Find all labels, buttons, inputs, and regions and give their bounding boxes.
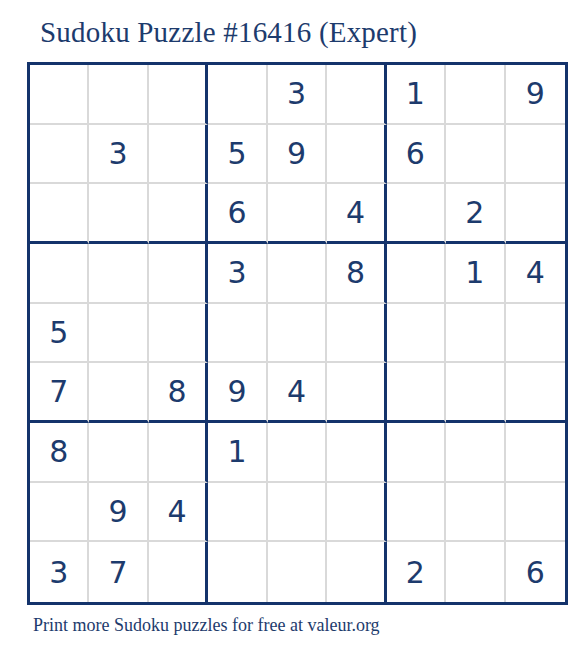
cell-r3c6[interactable]: 4 bbox=[327, 184, 386, 244]
cell-r3c7[interactable] bbox=[387, 184, 446, 244]
cell-r1c9[interactable]: 9 bbox=[506, 65, 565, 125]
cell-r5c6[interactable] bbox=[327, 304, 386, 364]
cell-r3c2[interactable] bbox=[89, 184, 148, 244]
cell-r6c4[interactable]: 9 bbox=[208, 363, 267, 423]
cell-r8c3[interactable]: 4 bbox=[149, 483, 208, 543]
cell-r4c6[interactable]: 8 bbox=[327, 244, 386, 304]
page-title: Sudoku Puzzle #16416 (Expert) bbox=[40, 16, 417, 49]
cell-r4c5[interactable] bbox=[268, 244, 327, 304]
cell-r6c8[interactable] bbox=[446, 363, 505, 423]
cell-r8c9[interactable] bbox=[506, 483, 565, 543]
cell-r9c6[interactable] bbox=[327, 542, 386, 602]
cell-r1c7[interactable]: 1 bbox=[387, 65, 446, 125]
cell-r3c1[interactable] bbox=[30, 184, 89, 244]
cell-r1c5[interactable]: 3 bbox=[268, 65, 327, 125]
cell-r8c5[interactable] bbox=[268, 483, 327, 543]
cell-r2c3[interactable] bbox=[149, 125, 208, 185]
cell-r5c8[interactable] bbox=[446, 304, 505, 364]
cell-r5c2[interactable] bbox=[89, 304, 148, 364]
cell-r7c1[interactable]: 8 bbox=[30, 423, 89, 483]
cell-r2c9[interactable] bbox=[506, 125, 565, 185]
cell-r3c8[interactable]: 2 bbox=[446, 184, 505, 244]
cell-r5c5[interactable] bbox=[268, 304, 327, 364]
cell-r3c9[interactable] bbox=[506, 184, 565, 244]
cell-r7c8[interactable] bbox=[446, 423, 505, 483]
cell-r4c1[interactable] bbox=[30, 244, 89, 304]
cell-r9c2[interactable]: 7 bbox=[89, 542, 148, 602]
cell-r4c9[interactable]: 4 bbox=[506, 244, 565, 304]
cell-r7c5[interactable] bbox=[268, 423, 327, 483]
cell-r7c7[interactable] bbox=[387, 423, 446, 483]
cell-r4c4[interactable]: 3 bbox=[208, 244, 267, 304]
cell-r3c4[interactable]: 6 bbox=[208, 184, 267, 244]
cell-r9c9[interactable]: 6 bbox=[506, 542, 565, 602]
cell-r2c2[interactable]: 3 bbox=[89, 125, 148, 185]
cell-r4c2[interactable] bbox=[89, 244, 148, 304]
cell-r3c3[interactable] bbox=[149, 184, 208, 244]
cell-r2c8[interactable] bbox=[446, 125, 505, 185]
cell-r4c3[interactable] bbox=[149, 244, 208, 304]
cell-r7c6[interactable] bbox=[327, 423, 386, 483]
cell-r6c1[interactable]: 7 bbox=[30, 363, 89, 423]
cell-r8c1[interactable] bbox=[30, 483, 89, 543]
cell-r9c5[interactable] bbox=[268, 542, 327, 602]
cell-r7c4[interactable]: 1 bbox=[208, 423, 267, 483]
cell-r8c8[interactable] bbox=[446, 483, 505, 543]
cell-r8c7[interactable] bbox=[387, 483, 446, 543]
cell-r6c5[interactable]: 4 bbox=[268, 363, 327, 423]
cell-r9c4[interactable] bbox=[208, 542, 267, 602]
cell-r6c9[interactable] bbox=[506, 363, 565, 423]
cell-r9c8[interactable] bbox=[446, 542, 505, 602]
cell-r2c4[interactable]: 5 bbox=[208, 125, 267, 185]
cell-r9c3[interactable] bbox=[149, 542, 208, 602]
sudoku-grid: 319359664238145789481943726 bbox=[27, 62, 568, 605]
cell-r2c5[interactable]: 9 bbox=[268, 125, 327, 185]
cell-r3c5[interactable] bbox=[268, 184, 327, 244]
cell-r6c6[interactable] bbox=[327, 363, 386, 423]
cell-r9c7[interactable]: 2 bbox=[387, 542, 446, 602]
sudoku-page: Sudoku Puzzle #16416 (Expert) 3193596642… bbox=[0, 0, 580, 651]
cell-r5c4[interactable] bbox=[208, 304, 267, 364]
cell-r4c7[interactable] bbox=[387, 244, 446, 304]
cell-r5c1[interactable]: 5 bbox=[30, 304, 89, 364]
cell-r1c3[interactable] bbox=[149, 65, 208, 125]
cell-r6c7[interactable] bbox=[387, 363, 446, 423]
cell-r7c3[interactable] bbox=[149, 423, 208, 483]
cell-r1c2[interactable] bbox=[89, 65, 148, 125]
cell-r4c8[interactable]: 1 bbox=[446, 244, 505, 304]
cell-r6c2[interactable] bbox=[89, 363, 148, 423]
cell-r7c2[interactable] bbox=[89, 423, 148, 483]
cell-r2c7[interactable]: 6 bbox=[387, 125, 446, 185]
cell-r1c8[interactable] bbox=[446, 65, 505, 125]
cell-r1c1[interactable] bbox=[30, 65, 89, 125]
cell-r1c6[interactable] bbox=[327, 65, 386, 125]
cell-r8c6[interactable] bbox=[327, 483, 386, 543]
cell-r8c4[interactable] bbox=[208, 483, 267, 543]
cell-r5c9[interactable] bbox=[506, 304, 565, 364]
cell-r9c1[interactable]: 3 bbox=[30, 542, 89, 602]
cell-r5c3[interactable] bbox=[149, 304, 208, 364]
cell-r5c7[interactable] bbox=[387, 304, 446, 364]
footer-text: Print more Sudoku puzzles for free at va… bbox=[33, 615, 380, 636]
cell-r2c1[interactable] bbox=[30, 125, 89, 185]
cell-r1c4[interactable] bbox=[208, 65, 267, 125]
cell-r2c6[interactable] bbox=[327, 125, 386, 185]
cell-r7c9[interactable] bbox=[506, 423, 565, 483]
cell-r6c3[interactable]: 8 bbox=[149, 363, 208, 423]
cell-r8c2[interactable]: 9 bbox=[89, 483, 148, 543]
